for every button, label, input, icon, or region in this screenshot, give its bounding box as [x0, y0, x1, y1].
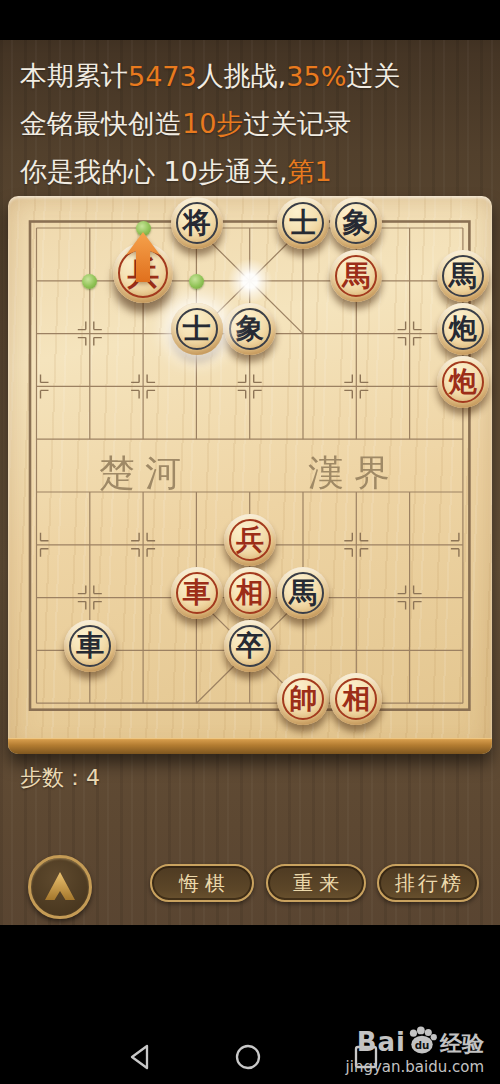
piece-red-elephant[interactable]: 相 [224, 567, 276, 619]
piece-glyph: 象 [236, 315, 264, 343]
stats-text: 过关记录 [243, 106, 351, 142]
stats-line: 你是我的心 10步通关,第1 [20, 148, 400, 196]
piece-glyph: 士 [289, 209, 317, 237]
restart-button[interactable]: 重来 [266, 864, 366, 902]
piece-glyph: 象 [342, 209, 370, 237]
last-move-glow [228, 259, 272, 303]
challenge-stats: 本期累计5473人挑战,35%过关金铭最快创造10步过关记录你是我的心 10步通… [20, 52, 400, 196]
step-counter: 步数：4 [20, 763, 100, 793]
stats-text: 本期累计 [20, 58, 128, 94]
baidu-jingyan-watermark: Bai du 经验 jingyan.baidu.com [346, 1025, 484, 1076]
piece-glyph: 炮 [449, 368, 477, 396]
piece-black-elephant[interactable]: 象 [224, 303, 276, 355]
board-edge-bevel [8, 738, 492, 754]
piece-glyph: 相 [342, 685, 370, 713]
stats-highlight: 5473 [128, 61, 197, 92]
piece-glyph: 馬 [449, 262, 477, 290]
piece-red-soldier[interactable]: 兵 [224, 514, 276, 566]
piece-red-cannon[interactable]: 炮 [437, 356, 489, 408]
piece-glyph: 将 [183, 209, 211, 237]
android-navbar: Bai du 经验 jingyan.baidu.com [0, 925, 500, 1084]
up-arrow-icon [41, 869, 79, 905]
move-hint-dot[interactable] [189, 274, 204, 289]
status-bar [0, 0, 500, 40]
piece-black-general[interactable]: 将 [171, 197, 223, 249]
piece-layer: 将士象兵馬馬士象炮炮兵車相馬車卒帥相 [10, 202, 490, 730]
stats-line: 金铭最快创造10步过关记录 [20, 100, 400, 148]
back-icon[interactable] [127, 1043, 155, 1071]
piece-glyph: 卒 [236, 632, 264, 660]
baidu-logo-text: Bai [357, 1029, 406, 1055]
piece-black-chariot[interactable]: 車 [64, 620, 116, 672]
stats-highlight: 35% [286, 61, 346, 92]
piece-glyph: 車 [183, 579, 211, 607]
undo-move-button[interactable]: 悔棋 [150, 864, 254, 902]
piece-glyph: 馬 [342, 262, 370, 290]
app-screen: 本期累计5473人挑战,35%过关金铭最快创造10步过关记录你是我的心 10步通… [0, 0, 500, 1084]
piece-red-elephant[interactable]: 相 [330, 673, 382, 725]
piece-red-chariot[interactable]: 車 [171, 567, 223, 619]
baidu-paw-icon: du [406, 1025, 438, 1055]
piece-glyph: 馬 [289, 579, 317, 607]
piece-black-horse[interactable]: 馬 [277, 567, 329, 619]
piece-black-horse[interactable]: 馬 [437, 250, 489, 302]
move-arrow-up [126, 232, 160, 282]
leaderboard-button[interactable]: 排行榜 [377, 864, 479, 902]
jingyan-brand-text: 经验 [440, 1033, 484, 1055]
piece-glyph: 炮 [449, 315, 477, 343]
stats-highlight: 10步 [182, 106, 243, 142]
stats-line: 本期累计5473人挑战,35%过关 [20, 52, 400, 100]
piece-black-cannon[interactable]: 炮 [437, 303, 489, 355]
piece-glyph: 相 [236, 579, 264, 607]
stats-highlight: 第1 [288, 154, 332, 190]
move-hint-dot[interactable] [82, 274, 97, 289]
home-icon[interactable] [234, 1043, 262, 1071]
piece-black-soldier[interactable]: 卒 [224, 620, 276, 672]
watermark-url: jingyan.baidu.com [346, 1058, 484, 1076]
piece-glyph: 士 [183, 315, 211, 343]
piece-black-advisor[interactable]: 士 [171, 303, 223, 355]
stats-text: 过关 [346, 58, 400, 94]
stats-text: 金铭最快创造 [20, 106, 182, 142]
step-counter-label: 步数： [20, 765, 86, 790]
stats-text: 你是我的心 10步通关, [20, 154, 288, 190]
piece-black-advisor[interactable]: 士 [277, 197, 329, 249]
piece-red-general[interactable]: 帥 [277, 673, 329, 725]
piece-glyph: 兵 [236, 526, 264, 554]
step-counter-value: 4 [86, 765, 100, 790]
stats-text: 人挑战, [197, 58, 287, 94]
piece-red-horse[interactable]: 馬 [330, 250, 382, 302]
baidu-du-text: du [415, 1039, 430, 1051]
expand-up-button[interactable] [28, 855, 92, 919]
piece-glyph: 帥 [289, 685, 317, 713]
piece-glyph: 車 [76, 632, 104, 660]
piece-black-elephant[interactable]: 象 [330, 197, 382, 249]
